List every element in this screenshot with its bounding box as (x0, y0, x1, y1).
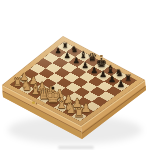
pieces-layer: ♜♞♝♛♚♝♞♜♟♟♟♟♟♟♟♟♟♟♟♟♟♟♟♟♜♞♝♛♚♝♞♜ (0, 0, 150, 150)
watermark (58, 146, 94, 149)
piece-black-rook-a8[interactable]: ♜ (62, 42, 68, 49)
piece-black-pawn-g7[interactable]: ♟ (108, 75, 116, 84)
piece-black-pawn-f7[interactable]: ♟ (99, 70, 107, 79)
piece-white-rook-h1[interactable]: ♜ (74, 107, 85, 119)
piece-black-pawn-e7[interactable]: ♟ (90, 66, 98, 75)
piece-black-knight-b8[interactable]: ♞ (70, 46, 78, 55)
piece-black-pawn-d7[interactable]: ♟ (82, 61, 89, 69)
piece-black-pawn-c7[interactable]: ♟ (73, 57, 80, 65)
piece-black-pawn-a7[interactable]: ♟ (55, 47, 62, 54)
piece-black-bishop-c8[interactable]: ♝ (79, 50, 87, 59)
piece-black-rook-h8[interactable]: ♜ (124, 74, 132, 83)
piece-black-pawn-h7[interactable]: ♟ (117, 79, 125, 88)
piece-black-knight-g8[interactable]: ♞ (115, 68, 124, 78)
chess-set-photo: ♜♞♝♛♚♝♞♜♟♟♟♟♟♟♟♟♟♟♟♟♟♟♟♟♜♞♝♛♚♝♞♜ (0, 0, 150, 150)
piece-black-pawn-b7[interactable]: ♟ (64, 52, 71, 60)
